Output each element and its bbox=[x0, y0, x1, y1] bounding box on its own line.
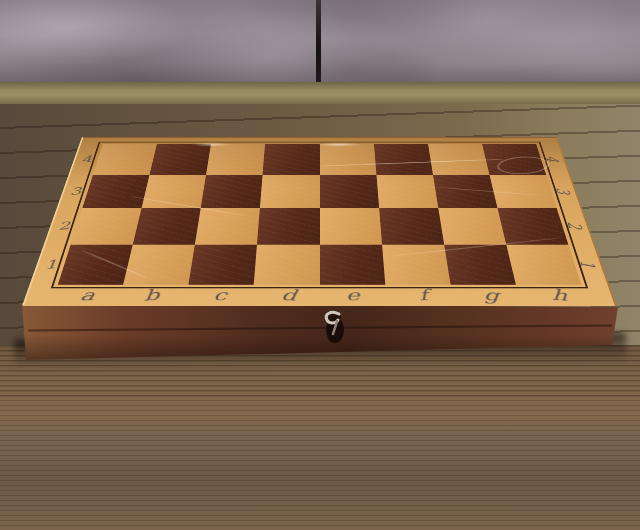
file-label-c: c bbox=[185, 285, 254, 305]
photo-scene: 4321 4321 abcdefgh bbox=[0, 0, 640, 530]
square-d4 bbox=[263, 144, 320, 174]
file-label-a: a bbox=[51, 285, 123, 305]
square-b1 bbox=[123, 244, 195, 284]
table-foreground bbox=[0, 345, 640, 530]
file-label-d: d bbox=[255, 284, 324, 307]
scuff-mark bbox=[192, 142, 230, 146]
square-a1 bbox=[58, 244, 133, 284]
file-labels: abcdefgh bbox=[51, 285, 588, 305]
latch-hook-icon bbox=[312, 308, 356, 346]
stone-wall bbox=[0, 0, 640, 88]
square-b2 bbox=[133, 208, 201, 245]
file-label-b: b bbox=[118, 283, 186, 307]
square-d1 bbox=[254, 244, 319, 284]
square-e2 bbox=[320, 208, 382, 245]
rank-label-left-1: 1 bbox=[37, 243, 64, 285]
square-e4 bbox=[320, 144, 377, 174]
square-e3 bbox=[320, 175, 379, 208]
file-label-e: e bbox=[320, 285, 387, 305]
square-a4 bbox=[93, 144, 157, 174]
scuff-mark bbox=[317, 142, 362, 146]
rank-label-left-4: 4 bbox=[75, 143, 97, 175]
square-f2 bbox=[379, 208, 444, 245]
table-far-edge bbox=[0, 82, 640, 106]
square-a2 bbox=[71, 208, 142, 245]
wall-seam bbox=[316, 0, 321, 88]
square-a3 bbox=[82, 175, 149, 208]
square-f3 bbox=[376, 175, 438, 208]
chess-box: 4321 4321 abcdefgh bbox=[22, 137, 617, 306]
square-c4 bbox=[206, 144, 265, 174]
square-f4 bbox=[374, 144, 433, 174]
square-c3 bbox=[201, 175, 263, 208]
file-label-g: g bbox=[458, 283, 526, 307]
square-c1 bbox=[189, 244, 258, 284]
square-g2 bbox=[438, 208, 506, 245]
square-d3 bbox=[260, 175, 319, 208]
file-label-h: h bbox=[526, 283, 595, 309]
square-b4 bbox=[150, 144, 211, 174]
square-e1 bbox=[320, 244, 385, 284]
rank-label-left-2: 2 bbox=[51, 207, 76, 245]
square-d2 bbox=[257, 208, 319, 245]
square-g1 bbox=[444, 244, 516, 284]
rank-label-right-3: 3 bbox=[532, 183, 595, 198]
chess-board: 4321 4321 abcdefgh bbox=[22, 137, 617, 306]
file-label-f: f bbox=[388, 284, 458, 306]
square-c2 bbox=[195, 208, 260, 245]
rank-label-left-3: 3 bbox=[64, 174, 87, 209]
